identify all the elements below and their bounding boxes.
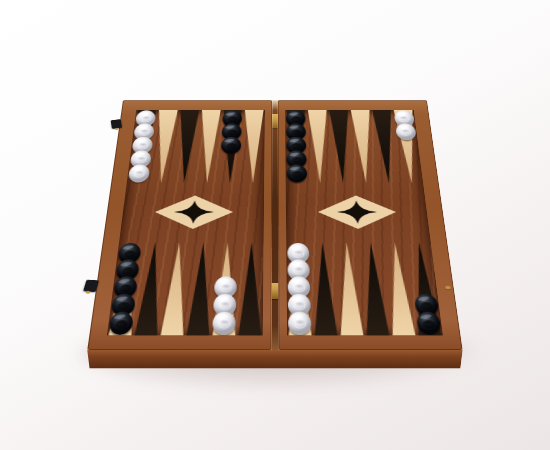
light-point-triangle [288, 242, 312, 335]
inlay-rhombus [317, 196, 397, 229]
hinge-fold-gap [272, 100, 279, 350]
point-19: ●●●●● [285, 110, 309, 183]
checker-stack: ●●●●● [107, 242, 143, 335]
point-5 [310, 242, 339, 335]
dark-point-triangle [312, 242, 338, 335]
point-10 [159, 242, 191, 335]
checker-stack: ●● [407, 242, 443, 335]
board-left-half: ○○○○○●●● ●●●●●○○○ [87, 100, 272, 350]
checker-stack: ●●●●● [285, 110, 309, 183]
right-center-band [286, 183, 431, 242]
white-checker: ○ [395, 123, 417, 140]
checker-stack: ●●● [218, 110, 243, 183]
point-17: ●●● [218, 110, 243, 183]
light-point-triangle [384, 242, 415, 335]
black-checker: ● [113, 276, 138, 298]
diamond-inlay-left [150, 194, 237, 231]
white-checker: ○ [212, 312, 236, 335]
checker-stack [310, 242, 339, 335]
white-checker: ○ [128, 165, 150, 183]
checker-stack [237, 242, 264, 335]
checker-stack: ○○○ [211, 242, 240, 335]
light-point-triangle [109, 242, 142, 335]
product-photo: ○○○○○●●● ●●●●●○○○ ●●●●●○○ [0, 0, 550, 450]
point-3 [359, 242, 391, 335]
point-18 [241, 110, 265, 183]
board-right-half: ●●●●●○○ ○○○○○●● [278, 100, 463, 350]
checker-stack [241, 110, 265, 183]
right-playing-field: ●●●●●○○ ○○○○○●● [285, 110, 443, 336]
white-checker: ○ [288, 294, 311, 316]
checker-stack [185, 242, 216, 335]
clasp-latch-far [111, 119, 122, 129]
black-checker: ● [118, 243, 142, 264]
point-4 [334, 242, 365, 335]
point-9 [185, 242, 216, 335]
brass-hinge-far [272, 114, 278, 128]
point-7 [237, 242, 264, 335]
black-checker: ● [115, 259, 140, 280]
point-11 [133, 242, 167, 335]
backgammon-case: ○○○○○●●● ●●●●●○○○ ●●●●●○○ [87, 100, 462, 350]
checker-stack [383, 242, 417, 335]
left-center-band [119, 183, 264, 242]
left-bottom-points: ●●●●●○○○ [107, 242, 264, 335]
brass-hinge-near [272, 283, 278, 299]
light-point-triangle [161, 242, 190, 335]
black-checker: ● [414, 294, 439, 316]
point-12: ●●●●● [107, 242, 143, 335]
dark-point-triangle [408, 242, 441, 335]
black-checker: ● [221, 137, 241, 154]
white-checker: ○ [288, 276, 311, 298]
dark-point-triangle [186, 242, 214, 335]
right-top-points: ●●●●●○○ [285, 110, 423, 183]
inlay-rhombus [153, 196, 233, 229]
diamond-inlay-right [314, 194, 401, 231]
checker-stack [359, 242, 391, 335]
point-6: ○○○○○ [286, 242, 313, 335]
dark-point-triangle [135, 242, 166, 335]
point-1: ●● [407, 242, 443, 335]
scene: ○○○○○●●● ●●●●●○○○ ●●●●●○○ [107, 20, 443, 404]
left-playing-field: ○○○○○●●● ●●●●●○○○ [107, 110, 265, 336]
left-top-points: ○○○○○●●● [127, 110, 265, 183]
white-checker: ○ [288, 259, 310, 280]
checker-stack [334, 242, 365, 335]
checker-stack [159, 242, 191, 335]
black-checker: ● [287, 165, 308, 183]
point-2 [383, 242, 417, 335]
right-bottom-points: ○○○○○●● [286, 242, 443, 335]
light-point-triangle [212, 242, 238, 335]
black-checker: ● [416, 312, 442, 335]
white-checker: ○ [288, 243, 310, 264]
checker-stack: ○○○○○ [286, 242, 313, 335]
black-checker: ● [111, 294, 136, 316]
checker-stack [133, 242, 167, 335]
white-checker: ○ [214, 276, 237, 298]
white-checker: ○ [288, 312, 311, 335]
light-point-triangle [336, 242, 364, 335]
case-front-edge [87, 350, 462, 369]
dark-point-triangle [238, 242, 262, 335]
dark-point-triangle [360, 242, 389, 335]
black-checker: ● [108, 312, 134, 335]
white-checker: ○ [213, 294, 237, 316]
point-8: ○○○ [211, 242, 240, 335]
